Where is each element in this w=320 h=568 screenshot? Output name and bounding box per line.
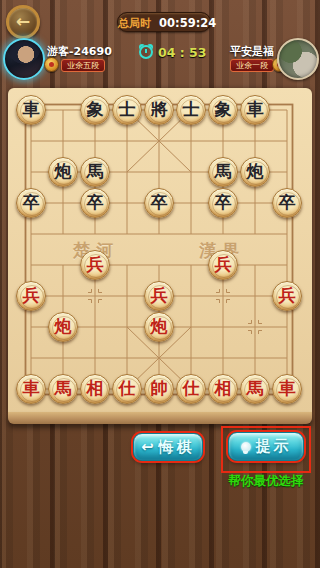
piece-glyph: 象 bbox=[87, 101, 104, 118]
piece-glyph: 車 bbox=[279, 380, 296, 397]
board-point-f0[interactable]: 仕 bbox=[175, 373, 207, 404]
board-point-a7[interactable] bbox=[15, 156, 47, 187]
board-point-b5[interactable] bbox=[47, 218, 79, 249]
board-point-i9[interactable] bbox=[271, 94, 303, 125]
board-point-i7[interactable] bbox=[271, 156, 303, 187]
board-point-g5[interactable] bbox=[207, 218, 239, 249]
board-point-h8[interactable] bbox=[239, 125, 271, 156]
board-point-e7[interactable] bbox=[143, 156, 175, 187]
lightbulb-icon bbox=[241, 442, 251, 452]
right-player-rank-badge: 业余一段 bbox=[230, 59, 274, 72]
piece-red-相[interactable]: 相 bbox=[80, 374, 110, 404]
piece-glyph: 炮 bbox=[55, 318, 72, 335]
board-point-c0[interactable]: 相 bbox=[79, 373, 111, 404]
piece-glyph: 士 bbox=[183, 101, 200, 118]
board-point-g8[interactable] bbox=[207, 125, 239, 156]
total-time-label: 总局时 bbox=[118, 17, 151, 30]
piece-glyph: 炮 bbox=[151, 318, 168, 335]
board-point-c7[interactable]: 馬 bbox=[79, 156, 111, 187]
piece-glyph: 相 bbox=[215, 380, 232, 397]
board-point-f8[interactable] bbox=[175, 125, 207, 156]
board-point-f7[interactable] bbox=[175, 156, 207, 187]
piece-black-馬[interactable]: 馬 bbox=[208, 157, 238, 187]
board-point-h1[interactable] bbox=[239, 342, 271, 373]
piece-red-兵[interactable]: 兵 bbox=[272, 281, 302, 311]
board-point-b6[interactable] bbox=[47, 187, 79, 218]
board-point-f6[interactable] bbox=[175, 187, 207, 218]
board-point-e3[interactable]: 兵 bbox=[143, 280, 175, 311]
piece-glyph: 車 bbox=[23, 101, 40, 118]
board-point-d0[interactable]: 仕 bbox=[111, 373, 143, 404]
left-rank-medal-icon bbox=[44, 57, 59, 72]
piece-black-卒[interactable]: 卒 bbox=[16, 188, 46, 218]
piece-black-士[interactable]: 士 bbox=[112, 95, 142, 125]
board-point-h2[interactable] bbox=[239, 311, 271, 342]
board-point-e9[interactable]: 將 bbox=[143, 94, 175, 125]
board-point-a8[interactable] bbox=[15, 125, 47, 156]
piece-glyph: 兵 bbox=[23, 287, 40, 304]
piece-glyph: 車 bbox=[247, 101, 264, 118]
board-point-e5[interactable] bbox=[143, 218, 175, 249]
piece-glyph: 相 bbox=[87, 380, 104, 397]
board-point-e8[interactable] bbox=[143, 125, 175, 156]
board-point-e1[interactable] bbox=[143, 342, 175, 373]
board-point-g9[interactable]: 象 bbox=[207, 94, 239, 125]
board-point-a4[interactable] bbox=[15, 249, 47, 280]
board-point-f2[interactable] bbox=[175, 311, 207, 342]
board-point-h7[interactable]: 炮 bbox=[239, 156, 271, 187]
board-point-c2[interactable] bbox=[79, 311, 111, 342]
piece-glyph: 炮 bbox=[247, 163, 264, 180]
piece-red-兵[interactable]: 兵 bbox=[80, 250, 110, 280]
board-point-g2[interactable] bbox=[207, 311, 239, 342]
board-point-e0[interactable]: 帥 bbox=[143, 373, 175, 404]
board-point-b0[interactable]: 馬 bbox=[47, 373, 79, 404]
board-point-i1[interactable] bbox=[271, 342, 303, 373]
total-time-plaque: 总局时 00:59:24 bbox=[117, 12, 211, 32]
piece-red-車[interactable]: 車 bbox=[16, 374, 46, 404]
piece-glyph: 將 bbox=[151, 101, 168, 118]
piece-black-象[interactable]: 象 bbox=[208, 95, 238, 125]
right-player-avatar[interactable] bbox=[277, 38, 319, 80]
board-point-d8[interactable] bbox=[111, 125, 143, 156]
board-point-b3[interactable] bbox=[47, 280, 79, 311]
board-point-d9[interactable]: 士 bbox=[111, 94, 143, 125]
board-point-c8[interactable] bbox=[79, 125, 111, 156]
piece-black-卒[interactable]: 卒 bbox=[144, 188, 174, 218]
back-arrow-icon: ← bbox=[16, 11, 30, 31]
board-point-d3[interactable] bbox=[111, 280, 143, 311]
board-point-d7[interactable] bbox=[111, 156, 143, 187]
board-point-f3[interactable] bbox=[175, 280, 207, 311]
piece-glyph: 炮 bbox=[55, 163, 72, 180]
board-front-edge bbox=[8, 412, 312, 424]
piece-glyph: 卒 bbox=[23, 194, 40, 211]
left-player-avatar[interactable] bbox=[3, 38, 45, 80]
piece-glyph: 卒 bbox=[87, 194, 104, 211]
piece-glyph: 卒 bbox=[279, 194, 296, 211]
piece-glyph: 帥 bbox=[151, 380, 168, 397]
piece-black-炮[interactable]: 炮 bbox=[240, 157, 270, 187]
piece-glyph: 兵 bbox=[279, 287, 296, 304]
piece-glyph: 兵 bbox=[215, 256, 232, 273]
xiangqi-board: 楚河 漢界 車象士將士象車炮馬馬炮卒卒卒卒卒兵兵兵兵兵炮炮車馬相仕帥仕相馬車 bbox=[8, 88, 312, 412]
left-player-rank-badge: 业余五段 bbox=[61, 59, 105, 72]
board-point-h6[interactable] bbox=[239, 187, 271, 218]
undo-button[interactable]: ↩ 悔棋 bbox=[133, 433, 203, 461]
piece-glyph: 士 bbox=[119, 101, 136, 118]
piece-red-仕[interactable]: 仕 bbox=[176, 374, 206, 404]
board-point-h0[interactable]: 馬 bbox=[239, 373, 271, 404]
board-point-h3[interactable] bbox=[239, 280, 271, 311]
piece-red-帥[interactable]: 帥 bbox=[144, 374, 174, 404]
board-point-c3[interactable] bbox=[79, 280, 111, 311]
board-point-a0[interactable]: 車 bbox=[15, 373, 47, 404]
piece-red-仕[interactable]: 仕 bbox=[112, 374, 142, 404]
board-point-f9[interactable]: 士 bbox=[175, 94, 207, 125]
board-point-g0[interactable]: 相 bbox=[207, 373, 239, 404]
piece-glyph: 車 bbox=[23, 380, 40, 397]
right-player-name: 平安是福 bbox=[196, 44, 274, 59]
board-point-f4[interactable] bbox=[175, 249, 207, 280]
piece-black-象[interactable]: 象 bbox=[80, 95, 110, 125]
board-point-a9[interactable]: 車 bbox=[15, 94, 47, 125]
hint-button-label: 提示 bbox=[256, 437, 292, 456]
undo-button-label: 悔棋 bbox=[159, 438, 195, 457]
board-point-i6[interactable]: 卒 bbox=[271, 187, 303, 218]
board-intersections: 車象士將士象車炮馬馬炮卒卒卒卒卒兵兵兵兵兵炮炮車馬相仕帥仕相馬車 bbox=[15, 94, 303, 404]
board-point-g4[interactable]: 兵 bbox=[207, 249, 239, 280]
board-point-g1[interactable] bbox=[207, 342, 239, 373]
board-point-g6[interactable]: 卒 bbox=[207, 187, 239, 218]
piece-red-兵[interactable]: 兵 bbox=[144, 281, 174, 311]
board-point-c4[interactable]: 兵 bbox=[79, 249, 111, 280]
piece-red-馬[interactable]: 馬 bbox=[240, 374, 270, 404]
piece-black-士[interactable]: 士 bbox=[176, 95, 206, 125]
game-screen: ← 总局时 00:59:24 游客-24690 业余五段 04 : 53 平安是… bbox=[0, 0, 320, 568]
board-point-b1[interactable] bbox=[47, 342, 79, 373]
board-point-b9[interactable] bbox=[47, 94, 79, 125]
piece-black-卒[interactable]: 卒 bbox=[272, 188, 302, 218]
piece-glyph: 馬 bbox=[87, 163, 104, 180]
board-point-g7[interactable]: 馬 bbox=[207, 156, 239, 187]
piece-glyph: 兵 bbox=[151, 287, 168, 304]
board-point-c9[interactable]: 象 bbox=[79, 94, 111, 125]
total-time-value: 00:59:24 bbox=[159, 16, 216, 30]
piece-glyph: 兵 bbox=[87, 256, 104, 273]
piece-red-馬[interactable]: 馬 bbox=[48, 374, 78, 404]
piece-black-車[interactable]: 車 bbox=[240, 95, 270, 125]
board-point-a5[interactable] bbox=[15, 218, 47, 249]
board-point-f5[interactable] bbox=[175, 218, 207, 249]
back-button[interactable]: ← bbox=[6, 5, 40, 39]
board-point-e4[interactable] bbox=[143, 249, 175, 280]
board-point-c1[interactable] bbox=[79, 342, 111, 373]
piece-glyph: 馬 bbox=[247, 380, 264, 397]
piece-black-將[interactable]: 將 bbox=[144, 95, 174, 125]
board-point-e6[interactable]: 卒 bbox=[143, 187, 175, 218]
piece-black-卒[interactable]: 卒 bbox=[208, 188, 238, 218]
piece-red-相[interactable]: 相 bbox=[208, 374, 238, 404]
board-point-a2[interactable] bbox=[15, 311, 47, 342]
undo-arrow-icon: ↩ bbox=[141, 438, 154, 456]
piece-glyph: 馬 bbox=[55, 380, 72, 397]
alarm-clock-icon bbox=[139, 45, 153, 59]
board-point-i2[interactable] bbox=[271, 311, 303, 342]
board-point-i0[interactable]: 車 bbox=[271, 373, 303, 404]
piece-black-炮[interactable]: 炮 bbox=[48, 157, 78, 187]
board-point-d5[interactable] bbox=[111, 218, 143, 249]
piece-glyph: 馬 bbox=[215, 163, 232, 180]
piece-black-車[interactable]: 車 bbox=[16, 95, 46, 125]
piece-glyph: 仕 bbox=[119, 380, 136, 397]
piece-red-車[interactable]: 車 bbox=[272, 374, 302, 404]
piece-red-炮[interactable]: 炮 bbox=[48, 312, 78, 342]
board-point-a6[interactable]: 卒 bbox=[15, 187, 47, 218]
board-point-b2[interactable]: 炮 bbox=[47, 311, 79, 342]
board-point-b4[interactable] bbox=[47, 249, 79, 280]
hint-button[interactable]: 提示 bbox=[228, 432, 304, 461]
board-point-g3[interactable] bbox=[207, 280, 239, 311]
board-point-a1[interactable] bbox=[15, 342, 47, 373]
piece-glyph: 仕 bbox=[183, 380, 200, 397]
board-point-f1[interactable] bbox=[175, 342, 207, 373]
board-point-c6[interactable]: 卒 bbox=[79, 187, 111, 218]
board-point-i4[interactable] bbox=[271, 249, 303, 280]
piece-red-兵[interactable]: 兵 bbox=[16, 281, 46, 311]
board-point-i3[interactable]: 兵 bbox=[271, 280, 303, 311]
board-point-i8[interactable] bbox=[271, 125, 303, 156]
board-point-d1[interactable] bbox=[111, 342, 143, 373]
board-point-b8[interactable] bbox=[47, 125, 79, 156]
left-player-name: 游客-24690 bbox=[47, 44, 112, 59]
board-point-h9[interactable]: 車 bbox=[239, 94, 271, 125]
piece-glyph: 卒 bbox=[215, 194, 232, 211]
piece-glyph: 卒 bbox=[151, 194, 168, 211]
board-point-i5[interactable] bbox=[271, 218, 303, 249]
board-point-c5[interactable] bbox=[79, 218, 111, 249]
piece-black-卒[interactable]: 卒 bbox=[80, 188, 110, 218]
board-point-d6[interactable] bbox=[111, 187, 143, 218]
board-point-h5[interactable] bbox=[239, 218, 271, 249]
board-point-d4[interactable] bbox=[111, 249, 143, 280]
board-point-a3[interactable]: 兵 bbox=[15, 280, 47, 311]
board-point-e2[interactable]: 炮 bbox=[143, 311, 175, 342]
piece-glyph: 象 bbox=[215, 101, 232, 118]
hint-tip-text: 帮你最优选择 bbox=[219, 473, 313, 490]
piece-red-兵[interactable]: 兵 bbox=[208, 250, 238, 280]
board-point-b7[interactable]: 炮 bbox=[47, 156, 79, 187]
piece-red-炮[interactable]: 炮 bbox=[144, 312, 174, 342]
board-point-d2[interactable] bbox=[111, 311, 143, 342]
board-point-h4[interactable] bbox=[239, 249, 271, 280]
piece-black-馬[interactable]: 馬 bbox=[80, 157, 110, 187]
